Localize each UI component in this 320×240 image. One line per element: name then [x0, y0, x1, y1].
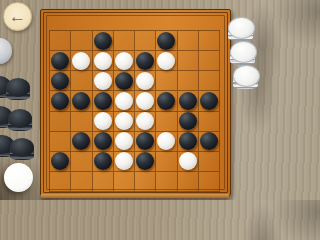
- black-disc-stack: [6, 78, 30, 106]
- black-disc-top: [10, 138, 34, 157]
- cell-r5c6[interactable]: [156, 112, 177, 132]
- cell-r6c5[interactable]: [135, 132, 156, 152]
- cell-r2c6[interactable]: [156, 51, 177, 71]
- disc-black[interactable]: [200, 132, 218, 150]
- cell-r3c2[interactable]: [71, 71, 92, 91]
- cell-r7c1[interactable]: [50, 152, 71, 172]
- cell-r3c3[interactable]: [93, 71, 114, 91]
- disc-black[interactable]: [94, 132, 112, 150]
- cell-r1c7[interactable]: [178, 31, 199, 51]
- cell-r2c4[interactable]: [114, 51, 135, 71]
- white-disc-top: [233, 65, 260, 87]
- cell-r7c2[interactable]: [71, 152, 92, 172]
- cell-r2c8[interactable]: [199, 51, 220, 71]
- disc-black[interactable]: [94, 152, 112, 170]
- cell-r3c5[interactable]: [135, 71, 156, 91]
- white-disc-top: [230, 41, 257, 63]
- cell-r8c2[interactable]: [71, 172, 92, 192]
- back-arrow-icon: ←: [9, 8, 26, 25]
- cell-r1c2[interactable]: [71, 31, 92, 51]
- cell-r4c4[interactable]: [114, 91, 135, 111]
- white-disc-top: [228, 17, 255, 39]
- cell-r1c6[interactable]: [156, 31, 177, 51]
- cell-r1c4[interactable]: [114, 31, 135, 51]
- cell-r6c2[interactable]: [71, 132, 92, 152]
- cell-r6c4[interactable]: [114, 132, 135, 152]
- disc-black[interactable]: [200, 92, 218, 110]
- white-turn-disc: [4, 163, 33, 192]
- cell-r4c3[interactable]: [93, 91, 114, 111]
- disc-white[interactable]: [179, 152, 197, 170]
- disc-black[interactable]: [179, 132, 197, 150]
- disc-white[interactable]: [94, 72, 112, 90]
- cell-r4c1[interactable]: [50, 91, 71, 111]
- cell-r1c8[interactable]: [199, 31, 220, 51]
- cell-r5c5[interactable]: [135, 112, 156, 132]
- cell-r8c3[interactable]: [93, 172, 114, 192]
- black-disc-top: [8, 109, 32, 128]
- cell-r3c4[interactable]: [114, 71, 135, 91]
- cell-r3c8[interactable]: [199, 71, 220, 91]
- cell-r4c6[interactable]: [156, 91, 177, 111]
- cell-r1c3[interactable]: [93, 31, 114, 51]
- cell-r1c5[interactable]: [135, 31, 156, 51]
- black-disc-top: [6, 78, 30, 97]
- disc-white[interactable]: [136, 112, 154, 130]
- cell-r8c7[interactable]: [178, 172, 199, 192]
- game-screen: { "game": "reversi", "app": { "back_icon…: [0, 0, 267, 200]
- disc-white[interactable]: [72, 52, 90, 70]
- board: [40, 9, 231, 196]
- disc-black[interactable]: [136, 52, 154, 70]
- cell-r3c7[interactable]: [178, 71, 199, 91]
- cell-r7c7[interactable]: [178, 152, 199, 172]
- cell-r7c4[interactable]: [114, 152, 135, 172]
- disc-black[interactable]: [179, 92, 197, 110]
- cell-r8c5[interactable]: [135, 172, 156, 192]
- board-grid: [49, 30, 220, 192]
- cell-r6c7[interactable]: [178, 132, 199, 152]
- disc-white[interactable]: [157, 52, 175, 70]
- disc-black[interactable]: [136, 152, 154, 170]
- disc-white[interactable]: [94, 52, 112, 70]
- cell-r7c5[interactable]: [135, 152, 156, 172]
- disc-black[interactable]: [72, 92, 90, 110]
- disc-black[interactable]: [115, 72, 133, 90]
- disc-white[interactable]: [157, 132, 175, 150]
- disc-black[interactable]: [51, 92, 69, 110]
- cell-r2c3[interactable]: [93, 51, 114, 71]
- disc-black[interactable]: [157, 92, 175, 110]
- disc-white[interactable]: [115, 152, 133, 170]
- disc-white[interactable]: [115, 132, 133, 150]
- cell-r5c8[interactable]: [199, 112, 220, 132]
- disc-black[interactable]: [51, 52, 69, 70]
- cell-r2c5[interactable]: [135, 51, 156, 71]
- disc-white[interactable]: [136, 92, 154, 110]
- disc-black[interactable]: [179, 112, 197, 130]
- cell-r5c1[interactable]: [50, 112, 71, 132]
- cell-r2c2[interactable]: [71, 51, 92, 71]
- disc-white[interactable]: [115, 52, 133, 70]
- cell-r4c8[interactable]: [199, 91, 220, 111]
- disc-black[interactable]: [136, 132, 154, 150]
- cell-r5c4[interactable]: [114, 112, 135, 132]
- disc-black[interactable]: [157, 32, 175, 50]
- disc-white[interactable]: [136, 72, 154, 90]
- cell-r1c1[interactable]: [50, 31, 71, 51]
- cell-r8c8[interactable]: [199, 172, 220, 192]
- cell-r3c1[interactable]: [50, 71, 71, 91]
- black-disc-stack: [10, 138, 34, 166]
- black-disc-stack: [8, 109, 32, 137]
- cell-r2c7[interactable]: [178, 51, 199, 71]
- disc-white[interactable]: [115, 92, 133, 110]
- disc-white[interactable]: [115, 112, 133, 130]
- cell-r3c6[interactable]: [156, 71, 177, 91]
- back-button[interactable]: ←: [3, 2, 32, 31]
- cell-r4c7[interactable]: [178, 91, 199, 111]
- disc-black[interactable]: [51, 72, 69, 90]
- cell-r6c3[interactable]: [93, 132, 114, 152]
- cell-r8c1[interactable]: [50, 172, 71, 192]
- cell-r2c1[interactable]: [50, 51, 71, 71]
- cell-r7c3[interactable]: [93, 152, 114, 172]
- disc-black[interactable]: [94, 32, 112, 50]
- cell-r5c3[interactable]: [93, 112, 114, 132]
- cell-r5c7[interactable]: [178, 112, 199, 132]
- cell-r8c4[interactable]: [114, 172, 135, 192]
- white-disc-stack: [233, 65, 258, 95]
- cell-r6c6[interactable]: [156, 132, 177, 152]
- cell-r6c8[interactable]: [199, 132, 220, 152]
- disc-black[interactable]: [72, 132, 90, 150]
- disc-white[interactable]: [94, 112, 112, 130]
- cell-r8c6[interactable]: [156, 172, 177, 192]
- table-white-disc: [0, 38, 12, 64]
- cell-r4c2[interactable]: [71, 91, 92, 111]
- cell-r5c2[interactable]: [71, 112, 92, 132]
- board-front-edge: [41, 194, 229, 198]
- cell-r7c6[interactable]: [156, 152, 177, 172]
- cell-r6c1[interactable]: [50, 132, 71, 152]
- cell-r7c8[interactable]: [199, 152, 220, 172]
- cell-r4c5[interactable]: [135, 91, 156, 111]
- disc-black[interactable]: [51, 152, 69, 170]
- disc-black[interactable]: [94, 92, 112, 110]
